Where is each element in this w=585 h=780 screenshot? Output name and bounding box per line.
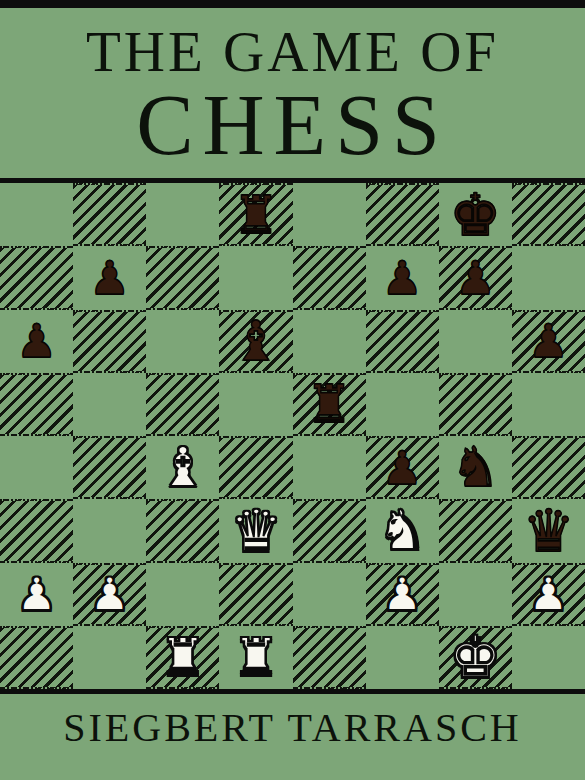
square-f8 [366, 183, 439, 246]
square-e8 [293, 183, 366, 246]
title-block: THE GAME OF CHESS [0, 8, 585, 178]
square-c1: ♜ [146, 626, 219, 689]
board-frame: ♜♚♟♟♟♟♝♟♜♝♟♞♛♞♛♟♟♟♟♜♜♚ [0, 178, 585, 694]
square-d6: ♝ [219, 310, 292, 373]
author-block: SIEGBERT TARRASCH [0, 694, 585, 775]
piece-black-pawn: ♟ [382, 445, 423, 491]
square-c4: ♝ [146, 436, 219, 499]
square-f5 [366, 373, 439, 436]
square-d2 [219, 563, 292, 626]
square-b2: ♟ [73, 563, 146, 626]
square-d1: ♜ [219, 626, 292, 689]
square-c6 [146, 310, 219, 373]
piece-black-pawn: ♟ [382, 255, 423, 301]
piece-white-queen: ♛ [230, 502, 282, 560]
square-g4: ♞ [439, 436, 512, 499]
square-g5 [439, 373, 512, 436]
piece-black-bishop: ♝ [231, 314, 280, 369]
square-c8 [146, 183, 219, 246]
square-a4 [0, 436, 73, 499]
square-g2 [439, 563, 512, 626]
piece-white-rook: ♜ [160, 631, 207, 683]
piece-black-rook: ♜ [233, 189, 280, 241]
square-b8 [73, 183, 146, 246]
square-g6 [439, 310, 512, 373]
square-e2 [293, 563, 366, 626]
chess-board: ♜♚♟♟♟♟♝♟♜♝♟♞♛♞♛♟♟♟♟♜♜♚ [0, 183, 585, 689]
square-c5 [146, 373, 219, 436]
square-h1 [512, 626, 585, 689]
piece-black-knight: ♞ [451, 440, 500, 495]
square-e3 [293, 499, 366, 562]
square-f4: ♟ [366, 436, 439, 499]
square-h8 [512, 183, 585, 246]
square-a1 [0, 626, 73, 689]
square-g7: ♟ [439, 246, 512, 309]
square-a8 [0, 183, 73, 246]
top-border-bar [0, 0, 585, 8]
square-a3 [0, 499, 73, 562]
square-h7 [512, 246, 585, 309]
square-c3 [146, 499, 219, 562]
square-e5: ♜ [293, 373, 366, 436]
piece-white-pawn: ♟ [89, 571, 130, 617]
square-c7 [146, 246, 219, 309]
piece-black-pawn: ♟ [89, 255, 130, 301]
square-h3: ♛ [512, 499, 585, 562]
square-f1 [366, 626, 439, 689]
title-line-2: CHESS [136, 82, 449, 168]
square-b3 [73, 499, 146, 562]
square-b6 [73, 310, 146, 373]
square-a5 [0, 373, 73, 436]
square-c2 [146, 563, 219, 626]
piece-white-pawn: ♟ [528, 571, 569, 617]
square-b4 [73, 436, 146, 499]
square-b7: ♟ [73, 246, 146, 309]
square-a7 [0, 246, 73, 309]
piece-white-knight: ♞ [378, 503, 427, 558]
square-g8: ♚ [439, 183, 512, 246]
title-line-1: THE GAME OF [86, 23, 499, 80]
square-e4 [293, 436, 366, 499]
square-h4 [512, 436, 585, 499]
piece-black-pawn: ♟ [528, 318, 569, 364]
book-cover: THE GAME OF CHESS ♜♚♟♟♟♟♝♟♜♝♟♞♛♞♛♟♟♟♟♜♜♚… [0, 0, 585, 780]
square-f7: ♟ [366, 246, 439, 309]
square-d4 [219, 436, 292, 499]
author-name: SIEGBERT TARRASCH [63, 704, 521, 751]
square-b5 [73, 373, 146, 436]
piece-black-king: ♚ [449, 186, 501, 244]
piece-white-rook: ♜ [233, 631, 280, 683]
piece-black-queen: ♛ [522, 502, 574, 560]
piece-white-king: ♚ [449, 628, 501, 686]
piece-white-pawn: ♟ [382, 571, 423, 617]
square-f2: ♟ [366, 563, 439, 626]
square-h5 [512, 373, 585, 436]
square-h2: ♟ [512, 563, 585, 626]
square-a2: ♟ [0, 563, 73, 626]
piece-black-rook: ♜ [306, 378, 353, 430]
square-d3: ♛ [219, 499, 292, 562]
square-f3: ♞ [366, 499, 439, 562]
square-d5 [219, 373, 292, 436]
piece-white-bishop: ♝ [158, 440, 207, 495]
square-d8: ♜ [219, 183, 292, 246]
piece-black-pawn: ♟ [16, 318, 57, 364]
square-e6 [293, 310, 366, 373]
square-d7 [219, 246, 292, 309]
square-g3 [439, 499, 512, 562]
square-g1: ♚ [439, 626, 512, 689]
square-f6 [366, 310, 439, 373]
square-h6: ♟ [512, 310, 585, 373]
square-e7 [293, 246, 366, 309]
square-e1 [293, 626, 366, 689]
square-a6: ♟ [0, 310, 73, 373]
square-b1 [73, 626, 146, 689]
piece-black-pawn: ♟ [455, 255, 496, 301]
piece-white-pawn: ♟ [16, 571, 57, 617]
